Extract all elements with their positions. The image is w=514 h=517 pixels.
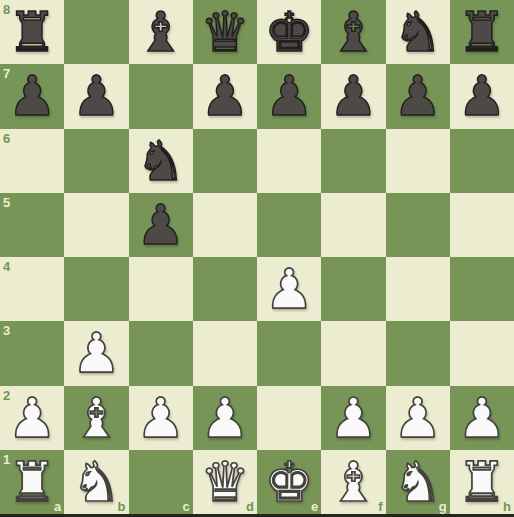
square-a8[interactable]: 8♜ <box>0 0 64 64</box>
square-h4[interactable] <box>450 257 514 321</box>
square-g7[interactable]: ♟ <box>386 64 450 128</box>
black-knight-c6[interactable]: ♞ <box>136 129 185 193</box>
square-b4[interactable] <box>64 257 128 321</box>
square-b7[interactable]: ♟ <box>64 64 128 128</box>
black-king-e8[interactable]: ♚ <box>264 0 313 64</box>
rank-label-3: 3 <box>3 323 10 338</box>
black-bishop-f8[interactable]: ♝ <box>329 0 378 64</box>
square-h2[interactable]: ♟ <box>450 386 514 450</box>
square-e7[interactable]: ♟ <box>257 64 321 128</box>
white-knight-b1[interactable]: ♞ <box>72 450 121 514</box>
square-g3[interactable] <box>386 321 450 385</box>
square-h8[interactable]: ♜ <box>450 0 514 64</box>
white-pawn-g2[interactable]: ♟ <box>393 386 442 450</box>
square-d7[interactable]: ♟ <box>193 64 257 128</box>
black-pawn-f7[interactable]: ♟ <box>329 64 378 128</box>
square-e2[interactable] <box>257 386 321 450</box>
white-pawn-d2[interactable]: ♟ <box>200 386 249 450</box>
black-knight-g8[interactable]: ♞ <box>393 0 442 64</box>
square-a2[interactable]: 2♟ <box>0 386 64 450</box>
white-bishop-b2[interactable]: ♝ <box>72 386 121 450</box>
square-h6[interactable] <box>450 129 514 193</box>
square-g8[interactable]: ♞ <box>386 0 450 64</box>
square-h3[interactable] <box>450 321 514 385</box>
square-a7[interactable]: 7♟ <box>0 64 64 128</box>
square-f7[interactable]: ♟ <box>321 64 385 128</box>
square-e4[interactable]: ♟ <box>257 257 321 321</box>
white-pawn-f2[interactable]: ♟ <box>329 386 378 450</box>
rank-label-6: 6 <box>3 131 10 146</box>
square-a3[interactable]: 3 <box>0 321 64 385</box>
square-f8[interactable]: ♝ <box>321 0 385 64</box>
square-b1[interactable]: b♞ <box>64 450 128 514</box>
square-f6[interactable] <box>321 129 385 193</box>
square-a6[interactable]: 6 <box>0 129 64 193</box>
square-d4[interactable] <box>193 257 257 321</box>
white-bishop-f1[interactable]: ♝ <box>329 450 378 514</box>
square-b5[interactable] <box>64 193 128 257</box>
square-d3[interactable] <box>193 321 257 385</box>
white-pawn-b3[interactable]: ♟ <box>72 321 121 385</box>
black-rook-a8[interactable]: ♜ <box>7 0 56 64</box>
square-e5[interactable] <box>257 193 321 257</box>
black-pawn-h7[interactable]: ♟ <box>457 64 506 128</box>
black-pawn-a7[interactable]: ♟ <box>7 64 56 128</box>
square-g4[interactable] <box>386 257 450 321</box>
square-b8[interactable] <box>64 0 128 64</box>
black-rook-h8[interactable]: ♜ <box>457 0 506 64</box>
rank-label-5: 5 <box>3 195 10 210</box>
square-c1[interactable]: c <box>129 450 193 514</box>
square-g5[interactable] <box>386 193 450 257</box>
square-g6[interactable] <box>386 129 450 193</box>
black-pawn-b7[interactable]: ♟ <box>72 64 121 128</box>
square-g1[interactable]: g♞ <box>386 450 450 514</box>
square-b3[interactable]: ♟ <box>64 321 128 385</box>
black-queen-d8[interactable]: ♛ <box>200 0 249 64</box>
file-label-c: c <box>183 499 190 514</box>
square-d1[interactable]: d♛ <box>193 450 257 514</box>
square-e1[interactable]: e♚ <box>257 450 321 514</box>
white-rook-h1[interactable]: ♜ <box>457 450 506 514</box>
square-e6[interactable] <box>257 129 321 193</box>
black-pawn-e7[interactable]: ♟ <box>264 64 313 128</box>
chess-board-frame: 8♜♝♛♚♝♞♜7♟♟♟♟♟♟♟6♞5♟4♟3♟2♟♝♟♟♟♟♟1a♜b♞cd♛… <box>0 0 514 517</box>
black-pawn-c5[interactable]: ♟ <box>136 193 185 257</box>
white-pawn-e4[interactable]: ♟ <box>264 257 313 321</box>
square-f2[interactable]: ♟ <box>321 386 385 450</box>
square-f1[interactable]: f♝ <box>321 450 385 514</box>
square-a4[interactable]: 4 <box>0 257 64 321</box>
chess-board: 8♜♝♛♚♝♞♜7♟♟♟♟♟♟♟6♞5♟4♟3♟2♟♝♟♟♟♟♟1a♜b♞cd♛… <box>0 0 514 514</box>
square-a1[interactable]: 1a♜ <box>0 450 64 514</box>
square-c7[interactable] <box>129 64 193 128</box>
square-c6[interactable]: ♞ <box>129 129 193 193</box>
white-rook-a1[interactable]: ♜ <box>7 450 56 514</box>
square-d2[interactable]: ♟ <box>193 386 257 450</box>
square-b2[interactable]: ♝ <box>64 386 128 450</box>
square-d6[interactable] <box>193 129 257 193</box>
square-c4[interactable] <box>129 257 193 321</box>
black-bishop-c8[interactable]: ♝ <box>136 0 185 64</box>
square-a5[interactable]: 5 <box>0 193 64 257</box>
white-queen-d1[interactable]: ♛ <box>200 450 249 514</box>
square-e8[interactable]: ♚ <box>257 0 321 64</box>
square-h1[interactable]: h♜ <box>450 450 514 514</box>
square-h7[interactable]: ♟ <box>450 64 514 128</box>
square-g2[interactable]: ♟ <box>386 386 450 450</box>
square-f5[interactable] <box>321 193 385 257</box>
square-h5[interactable] <box>450 193 514 257</box>
square-c5[interactable]: ♟ <box>129 193 193 257</box>
white-pawn-h2[interactable]: ♟ <box>457 386 506 450</box>
square-c2[interactable]: ♟ <box>129 386 193 450</box>
square-c8[interactable]: ♝ <box>129 0 193 64</box>
file-label-f: f <box>378 499 382 514</box>
white-pawn-a2[interactable]: ♟ <box>7 386 56 450</box>
square-b6[interactable] <box>64 129 128 193</box>
square-e3[interactable] <box>257 321 321 385</box>
square-d8[interactable]: ♛ <box>193 0 257 64</box>
black-pawn-d7[interactable]: ♟ <box>200 64 249 128</box>
white-pawn-c2[interactable]: ♟ <box>136 386 185 450</box>
rank-label-4: 4 <box>3 259 10 274</box>
black-pawn-g7[interactable]: ♟ <box>393 64 442 128</box>
square-d5[interactable] <box>193 193 257 257</box>
square-f4[interactable] <box>321 257 385 321</box>
white-king-e1[interactable]: ♚ <box>264 450 313 514</box>
square-f3[interactable] <box>321 321 385 385</box>
white-knight-g1[interactable]: ♞ <box>393 450 442 514</box>
square-c3[interactable] <box>129 321 193 385</box>
